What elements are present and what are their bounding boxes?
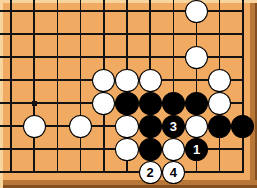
intersection (185, 23, 208, 46)
intersection (69, 115, 92, 138)
intersection (115, 46, 138, 69)
intersection (162, 23, 185, 46)
intersection (92, 92, 115, 115)
board-grid: 3124 (0, 0, 254, 184)
intersection: 2 (139, 161, 162, 184)
intersection (69, 69, 92, 92)
board-edge-right-outer (255, 0, 257, 188)
intersection (115, 138, 138, 161)
board-edge-bottom-outer (0, 185, 257, 188)
intersection (69, 161, 92, 184)
white-stone (162, 138, 185, 161)
move-number-label: 3 (170, 120, 177, 133)
black-stone (115, 92, 138, 115)
intersection (0, 0, 23, 23)
white-stone (139, 69, 162, 92)
intersection (69, 138, 92, 161)
intersection: 3 (162, 115, 185, 138)
intersection (139, 92, 162, 115)
white-stone (23, 115, 46, 138)
white-stone (185, 115, 208, 138)
intersection (231, 46, 254, 69)
white-stone (92, 92, 115, 115)
intersection (231, 69, 254, 92)
intersection (23, 0, 46, 23)
intersection (46, 115, 69, 138)
white-stone (185, 0, 208, 23)
white-stone (208, 69, 231, 92)
move-number-label: 1 (193, 143, 200, 156)
intersection: 4 (162, 161, 185, 184)
intersection (231, 23, 254, 46)
intersection (115, 23, 138, 46)
white-stone (92, 69, 115, 92)
black-stone (208, 115, 231, 138)
intersection (92, 138, 115, 161)
intersection (23, 115, 46, 138)
intersection (115, 0, 138, 23)
intersection (0, 115, 23, 138)
intersection (46, 23, 69, 46)
intersection (0, 23, 23, 46)
intersection (231, 92, 254, 115)
intersection (139, 69, 162, 92)
intersection (162, 92, 185, 115)
intersection (0, 46, 23, 69)
star-point (32, 101, 37, 106)
go-board: 3124 (0, 0, 257, 188)
intersection (92, 115, 115, 138)
intersection (23, 92, 46, 115)
intersection (139, 23, 162, 46)
intersection (46, 0, 69, 23)
white-stone (115, 69, 138, 92)
intersection (185, 161, 208, 184)
intersection (231, 0, 254, 23)
intersection (0, 69, 23, 92)
intersection (162, 69, 185, 92)
intersection (185, 46, 208, 69)
intersection (139, 0, 162, 23)
intersection (115, 161, 138, 184)
intersection (46, 69, 69, 92)
intersection (185, 92, 208, 115)
black-stone (139, 115, 162, 138)
intersection (92, 46, 115, 69)
intersection (231, 138, 254, 161)
white-stone (69, 115, 92, 138)
intersection (115, 69, 138, 92)
white-stone (185, 46, 208, 69)
intersection (139, 46, 162, 69)
intersection (23, 161, 46, 184)
intersection (46, 46, 69, 69)
intersection (115, 115, 138, 138)
intersection (92, 23, 115, 46)
black-stone (162, 92, 185, 115)
white-stone (208, 92, 231, 115)
intersection (92, 161, 115, 184)
intersection (115, 92, 138, 115)
black-stone (139, 138, 162, 161)
move-number-label: 2 (147, 166, 154, 179)
intersection (185, 0, 208, 23)
intersection (208, 46, 231, 69)
intersection (162, 138, 185, 161)
intersection (23, 69, 46, 92)
move-number-label: 4 (170, 166, 177, 179)
intersection (208, 115, 231, 138)
white-stone (115, 138, 138, 161)
intersection (208, 161, 231, 184)
intersection (208, 92, 231, 115)
intersection (185, 115, 208, 138)
intersection (139, 138, 162, 161)
black-stone: 3 (162, 115, 185, 138)
intersection (162, 46, 185, 69)
intersection (46, 92, 69, 115)
intersection (23, 138, 46, 161)
intersection: 1 (185, 138, 208, 161)
intersection (208, 69, 231, 92)
black-stone: 1 (185, 138, 208, 161)
intersection (46, 161, 69, 184)
intersection (23, 23, 46, 46)
intersection (0, 161, 23, 184)
intersection (208, 138, 231, 161)
intersection (0, 92, 23, 115)
intersection (139, 115, 162, 138)
intersection (92, 69, 115, 92)
intersection (208, 23, 231, 46)
intersection (92, 0, 115, 23)
white-stone: 2 (139, 161, 162, 184)
intersection (69, 92, 92, 115)
intersection (231, 161, 254, 184)
black-stone (185, 92, 208, 115)
intersection (46, 138, 69, 161)
white-stone: 4 (162, 161, 185, 184)
intersection (0, 138, 23, 161)
black-stone (231, 115, 254, 138)
white-stone (115, 115, 138, 138)
black-stone (139, 92, 162, 115)
intersection (69, 0, 92, 23)
intersection (208, 0, 231, 23)
intersection (69, 46, 92, 69)
intersection (185, 69, 208, 92)
intersection (23, 46, 46, 69)
intersection (69, 23, 92, 46)
intersection (231, 115, 254, 138)
intersection (162, 0, 185, 23)
